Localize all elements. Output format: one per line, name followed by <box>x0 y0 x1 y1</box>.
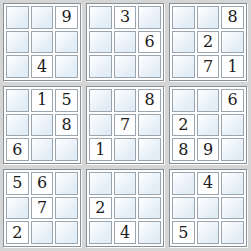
given-cell-r6c1: 6 <box>6 138 29 161</box>
given-cell-r2c8: 2 <box>197 31 220 54</box>
empty-cell-r1c1[interactable] <box>6 6 29 29</box>
empty-cell-r3c3[interactable] <box>55 55 78 78</box>
empty-cell-r4c4[interactable] <box>89 89 112 112</box>
empty-cell-r2c9[interactable] <box>221 31 244 54</box>
given-cell-r7c8: 4 <box>197 172 220 195</box>
given-cell-r1c5: 3 <box>114 6 137 29</box>
empty-cell-r4c7[interactable] <box>172 89 195 112</box>
given-cell-r7c1: 5 <box>6 172 29 195</box>
empty-cell-r1c6[interactable] <box>138 6 161 29</box>
empty-cell-r8c5[interactable] <box>114 197 137 220</box>
given-cell-r9c7: 5 <box>172 221 195 244</box>
empty-cell-r2c1[interactable] <box>6 31 29 54</box>
empty-cell-r4c8[interactable] <box>197 89 220 112</box>
given-cell-r4c2: 1 <box>31 89 54 112</box>
empty-cell-r1c4[interactable] <box>89 6 112 29</box>
empty-cell-r7c6[interactable] <box>138 172 161 195</box>
empty-cell-r5c4[interactable] <box>89 114 112 137</box>
empty-cell-r6c5[interactable] <box>114 138 137 161</box>
empty-cell-r6c9[interactable] <box>221 138 244 161</box>
empty-cell-r7c5[interactable] <box>114 172 137 195</box>
empty-cell-r7c4[interactable] <box>89 172 112 195</box>
empty-cell-r1c8[interactable] <box>197 6 220 29</box>
given-cell-r5c3: 8 <box>55 114 78 137</box>
given-cell-r4c6: 8 <box>138 89 161 112</box>
empty-cell-r5c2[interactable] <box>31 114 54 137</box>
empty-cell-r2c4[interactable] <box>89 31 112 54</box>
given-cell-r9c5: 4 <box>114 221 137 244</box>
empty-cell-r8c1[interactable] <box>6 197 29 220</box>
sudoku-block-2: 36 <box>86 3 164 81</box>
empty-cell-r9c4[interactable] <box>89 221 112 244</box>
given-cell-r3c8: 7 <box>197 55 220 78</box>
empty-cell-r8c6[interactable] <box>138 197 161 220</box>
sudoku-block-1: 94 <box>3 3 81 81</box>
sudoku-board: 943682711586871628956722445 <box>0 0 251 251</box>
given-cell-r3c9: 1 <box>221 55 244 78</box>
sudoku-block-7: 5672 <box>3 169 81 247</box>
empty-cell-r3c6[interactable] <box>138 55 161 78</box>
given-cell-r7c2: 6 <box>31 172 54 195</box>
empty-cell-r5c1[interactable] <box>6 114 29 137</box>
empty-cell-r2c2[interactable] <box>31 31 54 54</box>
empty-cell-r9c3[interactable] <box>55 221 78 244</box>
given-cell-r8c2: 7 <box>31 197 54 220</box>
empty-cell-r3c7[interactable] <box>172 55 195 78</box>
sudoku-block-4: 1586 <box>3 86 81 164</box>
empty-cell-r4c1[interactable] <box>6 89 29 112</box>
given-cell-r4c9: 6 <box>221 89 244 112</box>
empty-cell-r3c1[interactable] <box>6 55 29 78</box>
given-cell-r4c3: 5 <box>55 89 78 112</box>
empty-cell-r2c3[interactable] <box>55 31 78 54</box>
given-cell-r6c8: 9 <box>197 138 220 161</box>
empty-cell-r7c9[interactable] <box>221 172 244 195</box>
sudoku-block-5: 871 <box>86 86 164 164</box>
given-cell-r1c3: 9 <box>55 6 78 29</box>
empty-cell-r8c7[interactable] <box>172 197 195 220</box>
empty-cell-r9c6[interactable] <box>138 221 161 244</box>
empty-cell-r9c2[interactable] <box>31 221 54 244</box>
empty-cell-r5c8[interactable] <box>197 114 220 137</box>
sudoku-block-6: 6289 <box>169 86 247 164</box>
empty-cell-r6c2[interactable] <box>31 138 54 161</box>
empty-cell-r6c6[interactable] <box>138 138 161 161</box>
empty-cell-r7c3[interactable] <box>55 172 78 195</box>
given-cell-r6c7: 8 <box>172 138 195 161</box>
given-cell-r8c4: 2 <box>89 197 112 220</box>
given-cell-r2c6: 6 <box>138 31 161 54</box>
empty-cell-r5c9[interactable] <box>221 114 244 137</box>
empty-cell-r9c8[interactable] <box>197 221 220 244</box>
empty-cell-r6c3[interactable] <box>55 138 78 161</box>
empty-cell-r7c7[interactable] <box>172 172 195 195</box>
empty-cell-r1c7[interactable] <box>172 6 195 29</box>
empty-cell-r8c9[interactable] <box>221 197 244 220</box>
empty-cell-r8c3[interactable] <box>55 197 78 220</box>
empty-cell-r2c7[interactable] <box>172 31 195 54</box>
given-cell-r5c5: 7 <box>114 114 137 137</box>
empty-cell-r2c5[interactable] <box>114 31 137 54</box>
empty-cell-r1c2[interactable] <box>31 6 54 29</box>
given-cell-r5c7: 2 <box>172 114 195 137</box>
empty-cell-r9c9[interactable] <box>221 221 244 244</box>
empty-cell-r3c4[interactable] <box>89 55 112 78</box>
empty-cell-r8c8[interactable] <box>197 197 220 220</box>
given-cell-r6c4: 1 <box>89 138 112 161</box>
empty-cell-r3c5[interactable] <box>114 55 137 78</box>
sudoku-block-9: 45 <box>169 169 247 247</box>
empty-cell-r4c5[interactable] <box>114 89 137 112</box>
empty-cell-r5c6[interactable] <box>138 114 161 137</box>
given-cell-r1c9: 8 <box>221 6 244 29</box>
sudoku-block-8: 24 <box>86 169 164 247</box>
sudoku-block-3: 8271 <box>169 3 247 81</box>
given-cell-r9c1: 2 <box>6 221 29 244</box>
given-cell-r3c2: 4 <box>31 55 54 78</box>
